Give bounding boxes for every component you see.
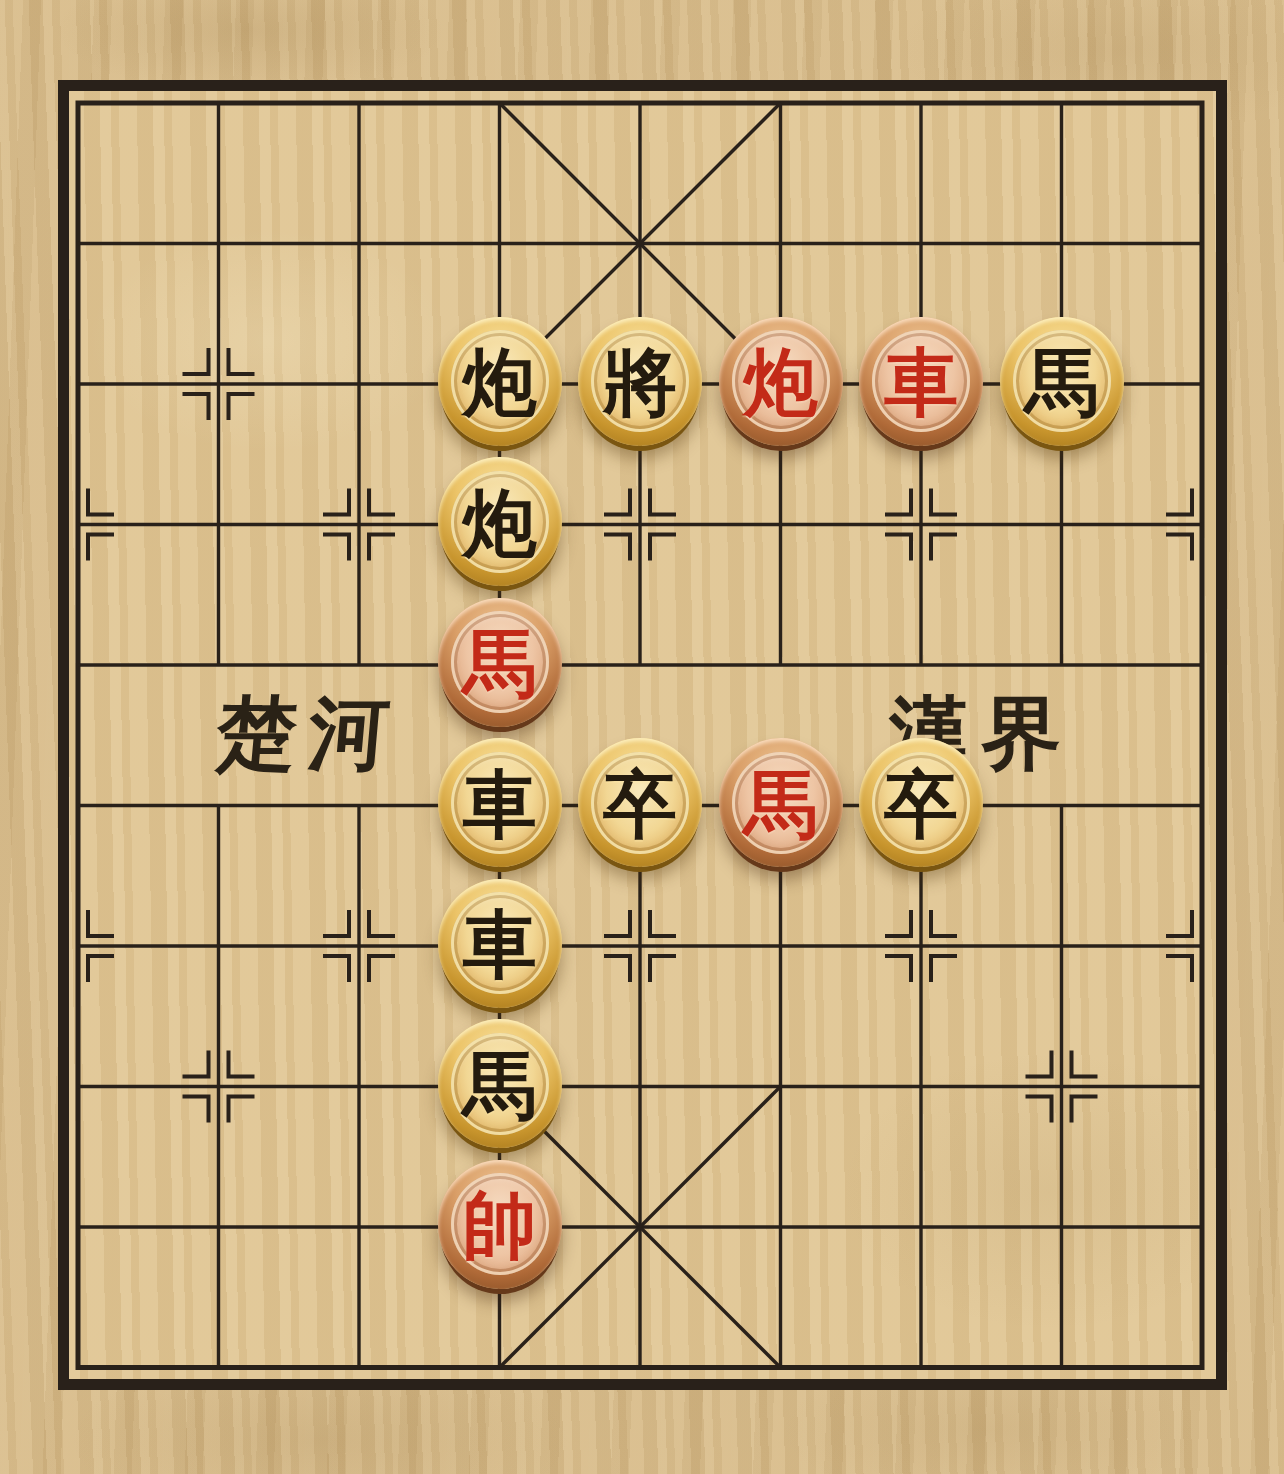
piece-red-chariot[interactable]: 車 — [859, 317, 983, 446]
piece-face: 卒 — [591, 752, 689, 854]
piece-face: 車 — [872, 330, 970, 432]
piece-character: 車 — [463, 905, 537, 981]
piece-character: 馬 — [463, 624, 537, 700]
piece-black-cannon[interactable]: 炮 — [438, 457, 562, 586]
piece-face: 車 — [451, 752, 549, 854]
piece-face: 馬 — [732, 752, 830, 854]
piece-character: 車 — [884, 343, 958, 419]
pieces-layer: 炮將炮車馬炮馬車卒馬卒車馬帥 — [8, 33, 1273, 1438]
piece-red-horse[interactable]: 馬 — [719, 738, 843, 867]
piece-face: 馬 — [451, 1033, 549, 1135]
piece-black-soldier[interactable]: 卒 — [859, 738, 983, 867]
piece-face: 帥 — [451, 1173, 549, 1275]
piece-black-soldier[interactable]: 卒 — [578, 738, 702, 867]
piece-black-general[interactable]: 將 — [578, 317, 702, 446]
piece-face: 卒 — [872, 752, 970, 854]
piece-black-chariot[interactable]: 車 — [438, 738, 562, 867]
piece-red-horse[interactable]: 馬 — [438, 598, 562, 727]
piece-face: 馬 — [1013, 330, 1111, 432]
piece-character: 卒 — [884, 765, 958, 841]
piece-character: 炮 — [463, 343, 537, 419]
piece-face: 炮 — [732, 330, 830, 432]
piece-face: 炮 — [451, 330, 549, 432]
piece-character: 炮 — [463, 484, 537, 560]
piece-black-cannon[interactable]: 炮 — [438, 317, 562, 446]
piece-face: 車 — [451, 892, 549, 994]
piece-red-cannon[interactable]: 炮 — [719, 317, 843, 446]
piece-character: 炮 — [744, 343, 818, 419]
piece-face: 炮 — [451, 471, 549, 573]
piece-face: 將 — [591, 330, 689, 432]
piece-character: 馬 — [463, 1046, 537, 1122]
piece-character: 帥 — [463, 1186, 537, 1262]
piece-character: 卒 — [603, 765, 677, 841]
piece-character: 馬 — [1025, 343, 1099, 419]
piece-character: 將 — [603, 343, 677, 419]
piece-face: 馬 — [451, 611, 549, 713]
piece-character: 馬 — [744, 765, 818, 841]
piece-red-general[interactable]: 帥 — [438, 1160, 562, 1289]
piece-black-chariot[interactable]: 車 — [438, 879, 562, 1008]
piece-character: 車 — [463, 765, 537, 841]
piece-black-horse[interactable]: 馬 — [1000, 317, 1124, 446]
piece-black-horse[interactable]: 馬 — [438, 1019, 562, 1148]
screenshot-root: { "game": "xiangqi", "position": { "fen"… — [0, 0, 1284, 1474]
